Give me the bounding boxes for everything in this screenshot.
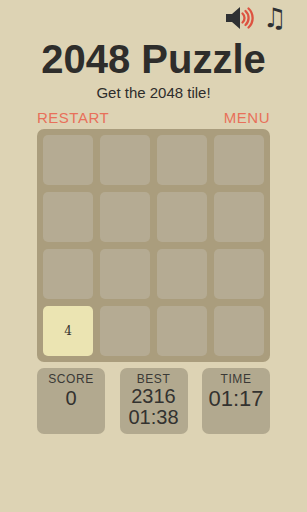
best-label: BEST bbox=[120, 372, 188, 386]
time-panel: TIME 01:17 bbox=[202, 368, 270, 434]
score-label: SCORE bbox=[37, 372, 105, 386]
best-panel: BEST 2316 01:38 bbox=[120, 368, 188, 434]
board-cell bbox=[43, 192, 93, 242]
time-label: TIME bbox=[202, 372, 270, 386]
menu-button[interactable]: MENU bbox=[224, 109, 270, 126]
tile-4: 4 bbox=[43, 306, 93, 356]
score-panel: SCORE 0 bbox=[37, 368, 105, 434]
restart-button[interactable]: RESTART bbox=[37, 109, 109, 126]
board-cell bbox=[100, 249, 150, 299]
score-value: 0 bbox=[37, 387, 105, 409]
status-icons: ♫ bbox=[225, 3, 287, 33]
speaker-icon[interactable] bbox=[225, 4, 255, 32]
time-value: 01:17 bbox=[202, 387, 270, 411]
board-cell bbox=[157, 192, 207, 242]
board-cell bbox=[100, 306, 150, 356]
best-time-value: 01:38 bbox=[120, 407, 188, 428]
board-cell bbox=[214, 306, 264, 356]
board-cell bbox=[157, 306, 207, 356]
controls-row: RESTART MENU bbox=[37, 109, 270, 126]
board-cell bbox=[214, 249, 264, 299]
page-subtitle: Get the 2048 tile! bbox=[0, 84, 307, 102]
board-cell bbox=[214, 135, 264, 185]
board-cell bbox=[100, 192, 150, 242]
board-cell bbox=[100, 135, 150, 185]
board-cell bbox=[157, 135, 207, 185]
board-cell bbox=[43, 249, 93, 299]
board-cell bbox=[214, 192, 264, 242]
board-cell bbox=[43, 135, 93, 185]
board[interactable]: 4 bbox=[37, 129, 270, 362]
music-note-icon[interactable]: ♫ bbox=[263, 3, 287, 33]
stats-row: SCORE 0 BEST 2316 01:38 TIME 01:17 bbox=[37, 368, 270, 434]
best-score-value: 2316 bbox=[120, 386, 188, 407]
page-title: 2048 Puzzle bbox=[0, 36, 307, 82]
board-cell bbox=[157, 249, 207, 299]
